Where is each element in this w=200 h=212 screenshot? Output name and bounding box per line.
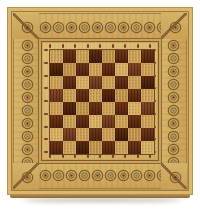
scroll-spiral-icon	[52, 21, 65, 34]
margin-tick	[44, 126, 48, 128]
scroll-spiral-icon	[21, 78, 34, 91]
margin-tick	[87, 44, 89, 48]
scroll-spiral-icon	[21, 65, 34, 78]
board-shadow	[22, 198, 182, 202]
scroll-spiral-icon	[21, 117, 34, 130]
tick-marks-top	[49, 44, 151, 48]
scroll-spiral-icon	[117, 21, 130, 34]
scroll-border-bottom	[39, 161, 161, 189]
margin-tick	[99, 44, 101, 48]
board-square[interactable]	[76, 141, 89, 154]
scroll-spiral-icon	[65, 21, 78, 34]
inner-frame	[41, 41, 159, 161]
board-square[interactable]	[63, 63, 76, 76]
board-square[interactable]	[102, 128, 115, 141]
tick-marks-left	[44, 49, 48, 153]
scroll-spiral-icon	[130, 21, 143, 34]
board-square[interactable]	[115, 115, 128, 128]
board-square[interactable]	[76, 63, 89, 76]
scroll-spiral-icon	[143, 169, 156, 182]
board-square[interactable]	[89, 76, 102, 89]
board-square[interactable]	[102, 141, 115, 154]
border-corner-bottom-right	[161, 163, 187, 189]
scroll-spiral-icon	[167, 65, 180, 78]
board-square[interactable]	[115, 63, 128, 76]
corner-spiral-icon	[169, 171, 180, 182]
scroll-spiral-icon	[167, 143, 180, 156]
board-square[interactable]	[63, 141, 76, 154]
board-square[interactable]	[115, 50, 128, 63]
margin-tick	[124, 44, 126, 48]
board-square[interactable]	[141, 115, 154, 128]
scroll-spiral-icon	[104, 169, 117, 182]
board-square[interactable]	[76, 115, 89, 128]
scroll-spiral-icon	[104, 21, 117, 34]
scroll-spiral-icon	[78, 21, 91, 34]
scroll-spiral-icon	[91, 21, 104, 34]
board-square[interactable]	[50, 102, 63, 115]
board-square[interactable]	[115, 128, 128, 141]
margin-tick	[44, 100, 48, 102]
board-square[interactable]	[141, 63, 154, 76]
scroll-spiral-icon	[21, 52, 34, 65]
board-square[interactable]	[76, 50, 89, 63]
board-square[interactable]	[89, 63, 102, 76]
scroll-spiral-icon	[65, 169, 78, 182]
scroll-border-top	[39, 13, 161, 41]
scroll-border-right	[159, 39, 187, 163]
margin-tick	[44, 87, 48, 89]
board-square[interactable]	[89, 128, 102, 141]
board-square[interactable]	[128, 128, 141, 141]
board-square[interactable]	[102, 115, 115, 128]
scroll-spiral-icon	[21, 130, 34, 143]
margin-tick	[49, 44, 51, 48]
scroll-spiral-icon	[78, 169, 91, 182]
board-square[interactable]	[76, 76, 89, 89]
board-square[interactable]	[141, 89, 154, 102]
board-square[interactable]	[102, 76, 115, 89]
scroll-spiral-icon	[167, 52, 180, 65]
scroll-spiral-icon	[21, 39, 34, 52]
scroll-spiral-icon	[130, 169, 143, 182]
margin-tick	[44, 138, 48, 140]
board-square[interactable]	[50, 128, 63, 141]
board-square[interactable]	[76, 102, 89, 115]
scroll-spiral-icon	[39, 169, 52, 182]
board-square[interactable]	[89, 115, 102, 128]
board-square[interactable]	[115, 89, 128, 102]
board-square[interactable]	[128, 141, 141, 154]
scroll-spiral-icon	[167, 91, 180, 104]
scroll-spiral-icon	[143, 21, 156, 34]
border-corner-top-left	[13, 13, 39, 39]
margin-tick	[62, 44, 64, 48]
corner-spiral-icon	[21, 21, 32, 32]
board-square[interactable]	[141, 50, 154, 63]
scroll-spiral-icon	[52, 169, 65, 182]
board-square[interactable]	[141, 141, 154, 154]
board-square[interactable]	[102, 89, 115, 102]
board-square[interactable]	[141, 102, 154, 115]
scroll-spiral-icon	[167, 78, 180, 91]
board-square[interactable]	[76, 128, 89, 141]
border-corner-bottom-left	[13, 163, 39, 189]
scroll-spiral-icon	[117, 169, 130, 182]
board-square[interactable]	[128, 63, 141, 76]
board-square[interactable]	[128, 102, 141, 115]
board-square[interactable]	[50, 76, 63, 89]
chessboard-photo	[7, 7, 193, 195]
board-square[interactable]	[128, 76, 141, 89]
board-square[interactable]	[50, 50, 63, 63]
scroll-spiral-icon	[167, 104, 180, 117]
board-square[interactable]	[102, 102, 115, 115]
board-square[interactable]	[128, 89, 141, 102]
board-square[interactable]	[63, 89, 76, 102]
corner-spiral-icon	[169, 21, 180, 32]
board-square[interactable]	[76, 89, 89, 102]
board-square[interactable]	[89, 102, 102, 115]
margin-tick	[137, 44, 139, 48]
board-square[interactable]	[89, 141, 102, 154]
board-square[interactable]	[50, 115, 63, 128]
board-square[interactable]	[63, 50, 76, 63]
board-square[interactable]	[115, 102, 128, 115]
board-square[interactable]	[50, 141, 63, 154]
corner-spiral-icon	[21, 171, 32, 182]
board-square[interactable]	[63, 128, 76, 141]
margin-tick	[149, 44, 151, 48]
margin-tick	[44, 62, 48, 64]
board-square[interactable]	[63, 76, 76, 89]
scroll-spiral-icon	[91, 169, 104, 182]
scroll-spiral-icon	[21, 143, 34, 156]
board-square[interactable]	[63, 102, 76, 115]
margin-tick	[112, 44, 114, 48]
board-square[interactable]	[50, 63, 63, 76]
scroll-spiral-icon	[167, 117, 180, 130]
board-square[interactable]	[50, 89, 63, 102]
scroll-spiral-icon	[21, 104, 34, 117]
scroll-spiral-icon	[167, 39, 180, 52]
scroll-spiral-icon	[21, 91, 34, 104]
margin-tick	[44, 75, 48, 77]
chess-board	[49, 49, 155, 155]
board-square[interactable]	[89, 89, 102, 102]
margin-tick	[74, 44, 76, 48]
board-square[interactable]	[115, 141, 128, 154]
border-corner-top-right	[161, 13, 187, 39]
board-square[interactable]	[128, 50, 141, 63]
scroll-border-left	[13, 39, 41, 163]
board-square[interactable]	[115, 76, 128, 89]
board-square[interactable]	[63, 115, 76, 128]
board-square[interactable]	[128, 115, 141, 128]
scroll-spiral-icon	[167, 130, 180, 143]
board-square[interactable]	[141, 128, 154, 141]
board-square[interactable]	[89, 50, 102, 63]
margin-tick	[44, 151, 48, 153]
margin-tick	[44, 49, 48, 51]
board-square[interactable]	[141, 76, 154, 89]
board-square[interactable]	[102, 50, 115, 63]
margin-tick	[44, 113, 48, 115]
board-square[interactable]	[102, 63, 115, 76]
scroll-spiral-icon	[39, 21, 52, 34]
